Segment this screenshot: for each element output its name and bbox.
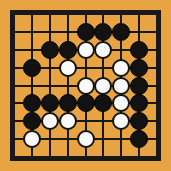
black-stone[interactable]	[23, 94, 41, 112]
black-stone[interactable]	[23, 112, 41, 130]
black-stone[interactable]	[130, 59, 148, 77]
black-stone[interactable]	[130, 94, 148, 112]
white-stone[interactable]	[112, 94, 130, 112]
white-stone[interactable]	[94, 77, 112, 95]
black-stone[interactable]	[130, 77, 148, 95]
white-stone[interactable]	[94, 41, 112, 59]
black-stone[interactable]	[23, 59, 41, 77]
white-stone[interactable]	[59, 59, 77, 77]
black-stone[interactable]	[112, 23, 130, 41]
black-stone[interactable]	[41, 41, 59, 59]
white-stone[interactable]	[41, 112, 59, 130]
white-stone[interactable]	[112, 112, 130, 130]
black-stone[interactable]	[77, 94, 95, 112]
black-stone[interactable]	[59, 94, 77, 112]
black-stone[interactable]	[77, 23, 95, 41]
white-stone[interactable]	[23, 130, 41, 148]
go-board-diagram	[0, 0, 171, 171]
white-stone[interactable]	[59, 112, 77, 130]
black-stone[interactable]	[130, 112, 148, 130]
black-stone[interactable]	[59, 41, 77, 59]
black-stone[interactable]	[130, 130, 148, 148]
white-stone[interactable]	[77, 77, 95, 95]
black-stone[interactable]	[94, 94, 112, 112]
black-stone[interactable]	[130, 41, 148, 59]
black-stone[interactable]	[94, 23, 112, 41]
white-stone[interactable]	[77, 41, 95, 59]
white-stone[interactable]	[77, 130, 95, 148]
black-stone[interactable]	[41, 94, 59, 112]
white-stone[interactable]	[112, 59, 130, 77]
go-board[interactable]	[10, 10, 161, 161]
white-stone[interactable]	[112, 77, 130, 95]
stones-layer	[14, 14, 157, 157]
